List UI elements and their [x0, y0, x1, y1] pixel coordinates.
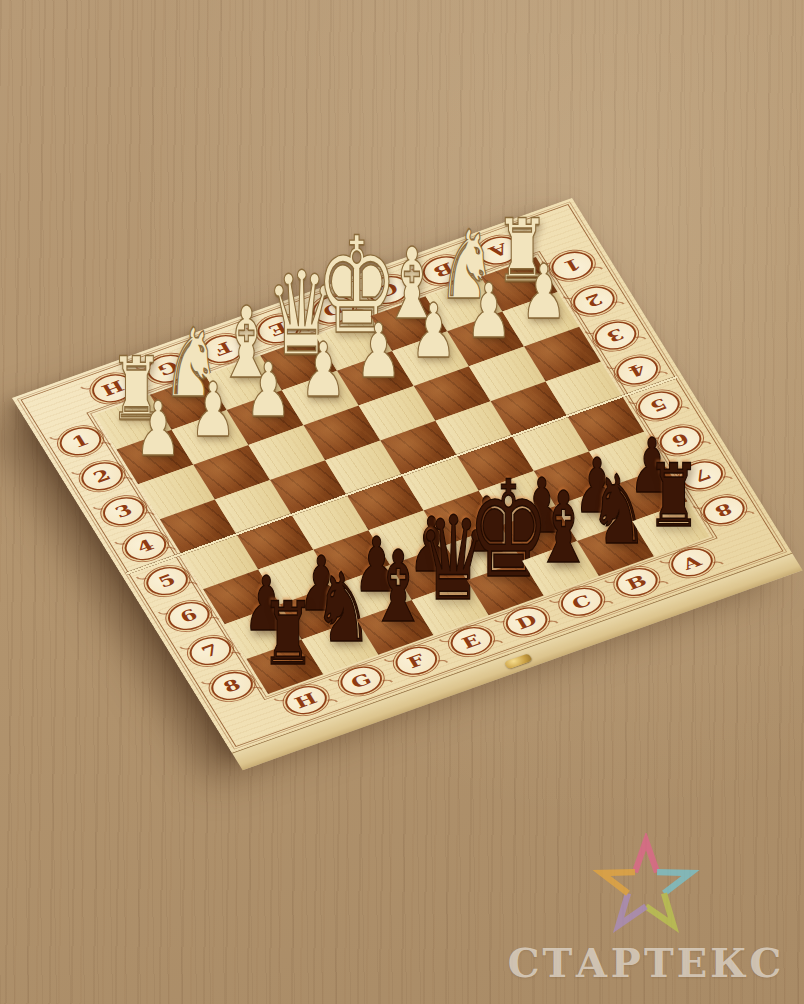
white-pawn-a2: ♟	[473, 254, 613, 329]
black-rook-a8: ♜	[603, 452, 743, 539]
photo-scene: HGFEDCBA HGFEDCBA 12345678 12345678 ♜♞♝♛…	[0, 0, 804, 1004]
watermark: СТАРТЕКС	[496, 833, 796, 986]
watermark-brand-text: СТАРТЕКС	[496, 939, 796, 986]
chess-box: HGFEDCBA HGFEDCBA 12345678 12345678 ♜♞♝♛…	[12, 198, 792, 753]
star-logo-icon	[592, 833, 700, 933]
brass-clasp-icon	[504, 653, 533, 669]
